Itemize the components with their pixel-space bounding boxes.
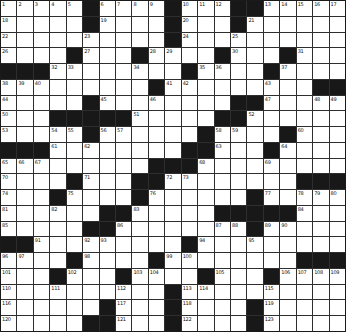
cell-r19c19[interactable] — [297, 285, 312, 300]
cell-r6c9[interactable] — [132, 80, 147, 95]
cell-r21c15[interactable] — [231, 316, 246, 331]
cell-r2c18[interactable] — [280, 17, 295, 32]
cell-r14c1[interactable]: 81 — [1, 206, 16, 221]
cell-r3c4[interactable] — [50, 33, 65, 48]
cell-r17c13[interactable] — [198, 253, 213, 268]
cell-r16c10[interactable] — [149, 237, 164, 252]
cell-r21c4[interactable] — [50, 316, 65, 331]
cell-r21c2[interactable] — [17, 316, 32, 331]
cell-r3c16[interactable] — [247, 33, 262, 48]
cell-r12c6[interactable]: 71 — [83, 174, 98, 189]
cell-r9c1[interactable]: 53 — [1, 127, 16, 142]
cell-r1c9[interactable]: 8 — [132, 1, 147, 16]
cell-r12c15[interactable] — [231, 174, 246, 189]
cell-r19c1[interactable]: 110 — [1, 285, 16, 300]
cell-r13c10[interactable]: 76 — [149, 190, 164, 205]
cell-r8c10[interactable] — [149, 111, 164, 126]
cell-r7c20[interactable]: 48 — [313, 96, 328, 111]
cell-r7c2[interactable] — [17, 96, 32, 111]
cell-r13c17[interactable]: 77 — [264, 190, 279, 205]
cell-r19c14[interactable] — [215, 285, 230, 300]
cell-r12c16[interactable] — [247, 174, 262, 189]
cell-r17c6[interactable]: 98 — [83, 253, 98, 268]
cell-r2c8[interactable] — [116, 17, 131, 32]
cell-r3c6[interactable]: 23 — [83, 33, 98, 48]
cell-r19c10[interactable] — [149, 285, 164, 300]
cell-r8c3[interactable] — [34, 111, 49, 126]
cell-r19c17[interactable]: 115 — [264, 285, 279, 300]
cell-r11c8[interactable] — [116, 159, 131, 174]
cell-r7c5[interactable] — [67, 96, 82, 111]
cell-r5c21[interactable] — [330, 64, 345, 79]
cell-r14c5[interactable] — [67, 206, 82, 221]
cell-r19c3[interactable] — [34, 285, 49, 300]
cell-r21c8[interactable]: 121 — [116, 316, 131, 331]
cell-r21c19[interactable] — [297, 316, 312, 331]
cell-r7c14[interactable] — [215, 96, 230, 111]
cell-r16c19[interactable] — [297, 237, 312, 252]
cell-r1c1[interactable]: 1 — [1, 1, 16, 16]
cell-r20c10[interactable] — [149, 300, 164, 315]
cell-r10c7[interactable] — [100, 143, 115, 158]
cell-r10c16[interactable] — [247, 143, 262, 158]
cell-r1c17[interactable]: 13 — [264, 1, 279, 16]
cell-r5c19[interactable] — [297, 64, 312, 79]
cell-r20c17[interactable]: 119 — [264, 300, 279, 315]
cell-r16c3[interactable]: 91 — [34, 237, 49, 252]
cell-r9c9[interactable] — [132, 127, 147, 142]
cell-r7c9[interactable] — [132, 96, 147, 111]
cell-r5c6[interactable] — [83, 64, 98, 79]
cell-r14c6[interactable] — [83, 206, 98, 221]
cell-r3c15[interactable]: 25 — [231, 33, 246, 48]
cell-r14c2[interactable] — [17, 206, 32, 221]
cell-r12c1[interactable]: 70 — [1, 174, 16, 189]
cell-r6c3[interactable]: 40 — [34, 80, 49, 95]
cell-r11c14[interactable] — [215, 159, 230, 174]
cell-r16c16[interactable]: 95 — [247, 237, 262, 252]
cell-r17c9[interactable] — [132, 253, 147, 268]
cell-r14c4[interactable]: 82 — [50, 206, 65, 221]
cell-r18c3[interactable] — [34, 269, 49, 284]
cell-r16c15[interactable] — [231, 237, 246, 252]
cell-r8c13[interactable] — [198, 111, 213, 126]
cell-r18c18[interactable]: 106 — [280, 269, 295, 284]
cell-r21c3[interactable] — [34, 316, 49, 331]
cell-r4c20[interactable] — [313, 48, 328, 63]
cell-r2c9[interactable] — [132, 17, 147, 32]
cell-r21c1[interactable]: 120 — [1, 316, 16, 331]
cell-r18c5[interactable]: 102 — [67, 269, 82, 284]
cell-r11c19[interactable] — [297, 159, 312, 174]
cell-r19c7[interactable] — [100, 285, 115, 300]
cell-r16c21[interactable] — [330, 237, 345, 252]
cell-r11c21[interactable] — [330, 159, 345, 174]
cell-r2c5[interactable] — [67, 17, 82, 32]
cell-r6c11[interactable]: 41 — [165, 80, 180, 95]
cell-r1c12[interactable]: 10 — [182, 1, 197, 16]
cell-r3c17[interactable] — [264, 33, 279, 48]
cell-r3c14[interactable] — [215, 33, 230, 48]
cell-r16c11[interactable] — [165, 237, 180, 252]
cell-r15c10[interactable] — [149, 222, 164, 237]
cell-r4c4[interactable] — [50, 48, 65, 63]
cell-r13c14[interactable] — [215, 190, 230, 205]
cell-r17c1[interactable]: 96 — [1, 253, 16, 268]
cell-r19c20[interactable] — [313, 285, 328, 300]
cell-r5c8[interactable] — [116, 64, 131, 79]
cell-r7c8[interactable] — [116, 96, 131, 111]
cell-r14c21[interactable] — [330, 206, 345, 221]
cell-r4c2[interactable] — [17, 48, 32, 63]
cell-r8c18[interactable] — [280, 111, 295, 126]
cell-r19c4[interactable]: 111 — [50, 285, 65, 300]
cell-r19c21[interactable] — [330, 285, 345, 300]
cell-r7c11[interactable] — [165, 96, 180, 111]
cell-r9c5[interactable]: 55 — [67, 127, 82, 142]
cell-r9c15[interactable]: 59 — [231, 127, 246, 142]
cell-r20c6[interactable] — [83, 300, 98, 315]
cell-r2c20[interactable] — [313, 17, 328, 32]
cell-r6c7[interactable] — [100, 80, 115, 95]
cell-r13c18[interactable] — [280, 190, 295, 205]
cell-r21c9[interactable] — [132, 316, 147, 331]
cell-r19c6[interactable] — [83, 285, 98, 300]
cell-r12c3[interactable] — [34, 174, 49, 189]
cell-r21c17[interactable]: 123 — [264, 316, 279, 331]
cell-r1c14[interactable]: 12 — [215, 1, 230, 16]
cell-r20c12[interactable]: 118 — [182, 300, 197, 315]
cell-r20c19[interactable] — [297, 300, 312, 315]
cell-r5c7[interactable] — [100, 64, 115, 79]
cell-r2c10[interactable] — [149, 17, 164, 32]
cell-r2c1[interactable]: 18 — [1, 17, 16, 32]
cell-r16c6[interactable]: 92 — [83, 237, 98, 252]
cell-r5c9[interactable]: 34 — [132, 64, 147, 79]
cell-r12c2[interactable] — [17, 174, 32, 189]
cell-r3c12[interactable]: 24 — [182, 33, 197, 48]
cell-r10c14[interactable]: 63 — [215, 143, 230, 158]
cell-r1c2[interactable]: 2 — [17, 1, 32, 16]
cell-r19c16[interactable] — [247, 285, 262, 300]
cell-r2c12[interactable]: 20 — [182, 17, 197, 32]
cell-r15c19[interactable] — [297, 222, 312, 237]
cell-r7c4[interactable] — [50, 96, 65, 111]
cell-r5c14[interactable]: 36 — [215, 64, 230, 79]
cell-r11c7[interactable] — [100, 159, 115, 174]
cell-r11c20[interactable] — [313, 159, 328, 174]
cell-r5c20[interactable] — [313, 64, 328, 79]
cell-r3c7[interactable] — [100, 33, 115, 48]
cell-r16c17[interactable] — [264, 237, 279, 252]
cell-r6c16[interactable] — [247, 80, 262, 95]
cell-r11c4[interactable] — [50, 159, 65, 174]
cell-r10c4[interactable]: 61 — [50, 143, 65, 158]
cell-r10c21[interactable] — [330, 143, 345, 158]
cell-r14c19[interactable]: 84 — [297, 206, 312, 221]
cell-r19c5[interactable] — [67, 285, 82, 300]
cell-r11c6[interactable] — [83, 159, 98, 174]
cell-r18c19[interactable]: 107 — [297, 269, 312, 284]
cell-r9c10[interactable] — [149, 127, 164, 142]
cell-r10c9[interactable] — [132, 143, 147, 158]
cell-r11c13[interactable]: 68 — [198, 159, 213, 174]
cell-r10c6[interactable]: 62 — [83, 143, 98, 158]
cell-r5c13[interactable]: 35 — [198, 64, 213, 79]
cell-r13c6[interactable] — [83, 190, 98, 205]
cell-r9c3[interactable] — [34, 127, 49, 142]
cell-r2c14[interactable] — [215, 17, 230, 32]
cell-r15c15[interactable]: 88 — [231, 222, 246, 237]
cell-r3c5[interactable] — [67, 33, 82, 48]
cell-r2c17[interactable] — [264, 17, 279, 32]
cell-r11c5[interactable] — [67, 159, 82, 174]
cell-r7c17[interactable]: 47 — [264, 96, 279, 111]
cell-r4c1[interactable]: 26 — [1, 48, 16, 63]
cell-r17c4[interactable] — [50, 253, 65, 268]
cell-r17c3[interactable] — [34, 253, 49, 268]
cell-r4c8[interactable] — [116, 48, 131, 63]
cell-r17c12[interactable]: 100 — [182, 253, 197, 268]
cell-r3c8[interactable] — [116, 33, 131, 48]
cell-r17c2[interactable]: 97 — [17, 253, 32, 268]
cell-r1c20[interactable]: 16 — [313, 1, 328, 16]
cell-r1c5[interactable]: 5 — [67, 1, 82, 16]
cell-r1c10[interactable]: 9 — [149, 1, 164, 16]
cell-r8c9[interactable]: 51 — [132, 111, 147, 126]
cell-r20c14[interactable] — [215, 300, 230, 315]
cell-r18c6[interactable] — [83, 269, 98, 284]
cell-r8c1[interactable]: 50 — [1, 111, 16, 126]
cell-r12c14[interactable] — [215, 174, 230, 189]
cell-r9c19[interactable]: 60 — [297, 127, 312, 142]
cell-r10c10[interactable] — [149, 143, 164, 158]
cell-r4c11[interactable]: 29 — [165, 48, 180, 63]
cell-r2c21[interactable] — [330, 17, 345, 32]
cell-r3c1[interactable]: 22 — [1, 33, 16, 48]
cell-r19c8[interactable]: 112 — [116, 285, 131, 300]
cell-r12c12[interactable]: 73 — [182, 174, 197, 189]
cell-r17c18[interactable] — [280, 253, 295, 268]
cell-r15c8[interactable]: 86 — [116, 222, 131, 237]
cell-r12c18[interactable] — [280, 174, 295, 189]
cell-r6c2[interactable]: 39 — [17, 80, 32, 95]
cell-r21c12[interactable]: 122 — [182, 316, 197, 331]
cell-r20c18[interactable] — [280, 300, 295, 315]
cell-r11c1[interactable]: 65 — [1, 159, 16, 174]
cell-r16c9[interactable] — [132, 237, 147, 252]
cell-r15c21[interactable] — [330, 222, 345, 237]
cell-r7c10[interactable]: 46 — [149, 96, 164, 111]
cell-r16c8[interactable] — [116, 237, 131, 252]
cell-r17c17[interactable] — [264, 253, 279, 268]
cell-r15c18[interactable]: 90 — [280, 222, 295, 237]
cell-r13c13[interactable] — [198, 190, 213, 205]
cell-r14c20[interactable] — [313, 206, 328, 221]
cell-r13c5[interactable]: 75 — [67, 190, 82, 205]
cell-r1c8[interactable]: 7 — [116, 1, 131, 16]
cell-r20c9[interactable] — [132, 300, 147, 315]
cell-r16c7[interactable]: 93 — [100, 237, 115, 252]
cell-r13c20[interactable]: 79 — [313, 190, 328, 205]
cell-r17c11[interactable]: 99 — [165, 253, 180, 268]
cell-r15c20[interactable] — [313, 222, 328, 237]
cell-r10c5[interactable] — [67, 143, 82, 158]
cell-r3c3[interactable] — [34, 33, 49, 48]
cell-r1c18[interactable]: 14 — [280, 1, 295, 16]
cell-r18c15[interactable] — [231, 269, 246, 284]
cell-r2c13[interactable] — [198, 17, 213, 32]
cell-r6c5[interactable] — [67, 80, 82, 95]
cell-r9c14[interactable]: 58 — [215, 127, 230, 142]
cell-r12c7[interactable] — [100, 174, 115, 189]
cell-r5c5[interactable]: 33 — [67, 64, 82, 79]
cell-r3c18[interactable] — [280, 33, 295, 48]
cell-r15c4[interactable] — [50, 222, 65, 237]
cell-r10c18[interactable]: 64 — [280, 143, 295, 158]
cell-r7c13[interactable] — [198, 96, 213, 111]
cell-r5c4[interactable]: 32 — [50, 64, 65, 79]
cell-r14c12[interactable] — [182, 206, 197, 221]
cell-r19c13[interactable]: 114 — [198, 285, 213, 300]
cell-r11c3[interactable]: 67 — [34, 159, 49, 174]
cell-r9c7[interactable]: 56 — [100, 127, 115, 142]
cell-r1c4[interactable]: 4 — [50, 1, 65, 16]
cell-r6c8[interactable] — [116, 80, 131, 95]
cell-r6c6[interactable] — [83, 80, 98, 95]
cell-r13c19[interactable]: 78 — [297, 190, 312, 205]
cell-r19c2[interactable] — [17, 285, 32, 300]
cell-r3c9[interactable] — [132, 33, 147, 48]
cell-r18c20[interactable]: 108 — [313, 269, 328, 284]
cell-r15c3[interactable] — [34, 222, 49, 237]
cell-r20c3[interactable] — [34, 300, 49, 315]
cell-r9c2[interactable] — [17, 127, 32, 142]
cell-r9c8[interactable]: 57 — [116, 127, 131, 142]
cell-r6c15[interactable] — [231, 80, 246, 95]
cell-r7c21[interactable]: 49 — [330, 96, 345, 111]
cell-r10c15[interactable] — [231, 143, 246, 158]
cell-r8c17[interactable] — [264, 111, 279, 126]
cell-r11c9[interactable] — [132, 159, 147, 174]
cell-r21c13[interactable] — [198, 316, 213, 331]
cell-r3c2[interactable] — [17, 33, 32, 48]
cell-r10c8[interactable] — [116, 143, 131, 158]
cell-r13c15[interactable] — [231, 190, 246, 205]
cell-r18c2[interactable] — [17, 269, 32, 284]
cell-r19c18[interactable] — [280, 285, 295, 300]
cell-r16c5[interactable] — [67, 237, 82, 252]
cell-r4c6[interactable]: 27 — [83, 48, 98, 63]
cell-r20c4[interactable] — [50, 300, 65, 315]
cell-r21c20[interactable] — [313, 316, 328, 331]
cell-r5c15[interactable] — [231, 64, 246, 79]
cell-r9c17[interactable] — [264, 127, 279, 142]
cell-r20c5[interactable] — [67, 300, 82, 315]
cell-r2c3[interactable] — [34, 17, 49, 32]
cell-r3c10[interactable] — [149, 33, 164, 48]
cell-r2c2[interactable] — [17, 17, 32, 32]
cell-r20c20[interactable] — [313, 300, 328, 315]
cell-r18c9[interactable]: 103 — [132, 269, 147, 284]
cell-r18c10[interactable]: 104 — [149, 269, 164, 284]
cell-r13c21[interactable]: 80 — [330, 190, 345, 205]
cell-r16c14[interactable] — [215, 237, 230, 252]
cell-r18c1[interactable]: 101 — [1, 269, 16, 284]
cell-r13c12[interactable] — [182, 190, 197, 205]
cell-r1c19[interactable]: 15 — [297, 1, 312, 16]
cell-r5c16[interactable] — [247, 64, 262, 79]
cell-r1c3[interactable]: 3 — [34, 1, 49, 16]
cell-r6c19[interactable] — [297, 80, 312, 95]
cell-r8c2[interactable] — [17, 111, 32, 126]
cell-r7c12[interactable] — [182, 96, 197, 111]
cell-r8c20[interactable] — [313, 111, 328, 126]
cell-r13c1[interactable]: 74 — [1, 190, 16, 205]
cell-r21c10[interactable] — [149, 316, 164, 331]
cell-r20c21[interactable] — [330, 300, 345, 315]
cell-r11c16[interactable] — [247, 159, 262, 174]
cell-r20c13[interactable] — [198, 300, 213, 315]
cell-r15c17[interactable]: 89 — [264, 222, 279, 237]
cell-r8c21[interactable] — [330, 111, 345, 126]
cell-r21c5[interactable] — [67, 316, 82, 331]
cell-r4c15[interactable]: 30 — [231, 48, 246, 63]
cell-r11c15[interactable] — [231, 159, 246, 174]
cell-r15c14[interactable]: 87 — [215, 222, 230, 237]
cell-r16c20[interactable] — [313, 237, 328, 252]
cell-r2c7[interactable]: 19 — [100, 17, 115, 32]
cell-r16c18[interactable] — [280, 237, 295, 252]
cell-r18c12[interactable] — [182, 269, 197, 284]
cell-r15c2[interactable] — [17, 222, 32, 237]
cell-r2c4[interactable] — [50, 17, 65, 32]
cell-r7c18[interactable] — [280, 96, 295, 111]
cell-r13c8[interactable] — [116, 190, 131, 205]
cell-r9c11[interactable] — [165, 127, 180, 142]
cell-r9c21[interactable] — [330, 127, 345, 142]
cell-r20c1[interactable]: 116 — [1, 300, 16, 315]
cell-r18c14[interactable]: 105 — [215, 269, 230, 284]
cell-r1c7[interactable]: 6 — [100, 1, 115, 16]
cell-r5c10[interactable] — [149, 64, 164, 79]
cell-r2c19[interactable] — [297, 17, 312, 32]
cell-r15c9[interactable] — [132, 222, 147, 237]
cell-r10c20[interactable] — [313, 143, 328, 158]
cell-r8c12[interactable] — [182, 111, 197, 126]
cell-r4c7[interactable] — [100, 48, 115, 63]
cell-r19c12[interactable]: 113 — [182, 285, 197, 300]
cell-r10c11[interactable] — [165, 143, 180, 158]
cell-r13c2[interactable] — [17, 190, 32, 205]
cell-r4c3[interactable] — [34, 48, 49, 63]
cell-r7c7[interactable]: 45 — [100, 96, 115, 111]
cell-r15c1[interactable]: 85 — [1, 222, 16, 237]
cell-r18c7[interactable] — [100, 269, 115, 284]
cell-r21c21[interactable] — [330, 316, 345, 331]
cell-r11c18[interactable] — [280, 159, 295, 174]
cell-r13c7[interactable] — [100, 190, 115, 205]
cell-r19c9[interactable] — [132, 285, 147, 300]
cell-r9c4[interactable]: 54 — [50, 127, 65, 142]
cell-r4c12[interactable] — [182, 48, 197, 63]
cell-r8c16[interactable]: 52 — [247, 111, 262, 126]
cell-r3c20[interactable] — [313, 33, 328, 48]
cell-r14c9[interactable]: 83 — [132, 206, 147, 221]
cell-r13c11[interactable] — [165, 190, 180, 205]
cell-r5c11[interactable] — [165, 64, 180, 79]
cell-r15c13[interactable] — [198, 222, 213, 237]
